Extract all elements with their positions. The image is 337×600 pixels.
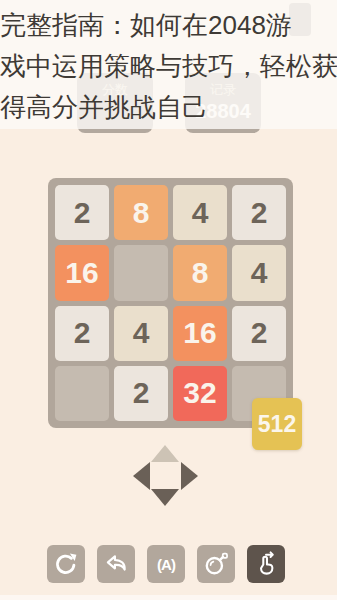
tile-512-floating: 512 xyxy=(252,398,302,450)
tile-2: 2 xyxy=(114,366,168,421)
swipe-hand-icon xyxy=(253,551,279,577)
dpad-down-arrow[interactable] xyxy=(151,489,179,506)
auto-icon: (A) xyxy=(157,556,175,573)
swipe-button[interactable] xyxy=(247,545,285,583)
title-line-3: 得高分并挑战自己 xyxy=(0,87,337,128)
title-line-2: 戏中运用策略与技巧，轻松获 xyxy=(0,46,337,87)
tile-16: 16 xyxy=(173,306,227,361)
tile-4: 4 xyxy=(173,185,227,240)
tile-32: 32 xyxy=(173,366,227,421)
tile-8: 8 xyxy=(173,245,227,300)
title-line-1: 完整指南：如何在2048游 xyxy=(0,5,337,46)
dpad-up-arrow[interactable] xyxy=(151,445,179,462)
tile-4: 4 xyxy=(232,245,286,300)
tile-4: 4 xyxy=(114,306,168,361)
bottom-strip xyxy=(0,595,337,600)
title-overlay: 完整指南：如何在2048游 戏中运用策略与技巧，轻松获 得高分并挑战自己 xyxy=(0,0,337,129)
auto-button[interactable]: (A) xyxy=(147,545,185,583)
empty-cell xyxy=(114,245,168,300)
undo-icon xyxy=(103,551,129,577)
tile-2: 2 xyxy=(55,306,109,361)
restart-button[interactable] xyxy=(47,545,85,583)
bomb-icon xyxy=(203,551,229,577)
tile-2: 2 xyxy=(232,306,286,361)
tile-8: 8 xyxy=(114,185,168,240)
tile-16: 16 xyxy=(55,245,109,300)
tile-2: 2 xyxy=(55,185,109,240)
empty-cell xyxy=(55,366,109,421)
undo-button[interactable] xyxy=(97,545,135,583)
dpad-right-arrow[interactable] xyxy=(181,462,198,490)
toolbar: (A) xyxy=(47,545,285,583)
app-screen: 分数 记录 28804 完整指南：如何在2048游 戏中运用策略与技巧，轻松获 … xyxy=(0,0,337,600)
page-title: 完整指南：如何在2048游 戏中运用策略与技巧，轻松获 得高分并挑战自己 xyxy=(0,0,337,128)
bomb-button[interactable] xyxy=(197,545,235,583)
restart-icon xyxy=(53,551,79,577)
dpad-left-arrow[interactable] xyxy=(133,462,150,490)
board-grid[interactable]: 2842168424162232 xyxy=(48,178,293,428)
tile-2: 2 xyxy=(232,185,286,240)
